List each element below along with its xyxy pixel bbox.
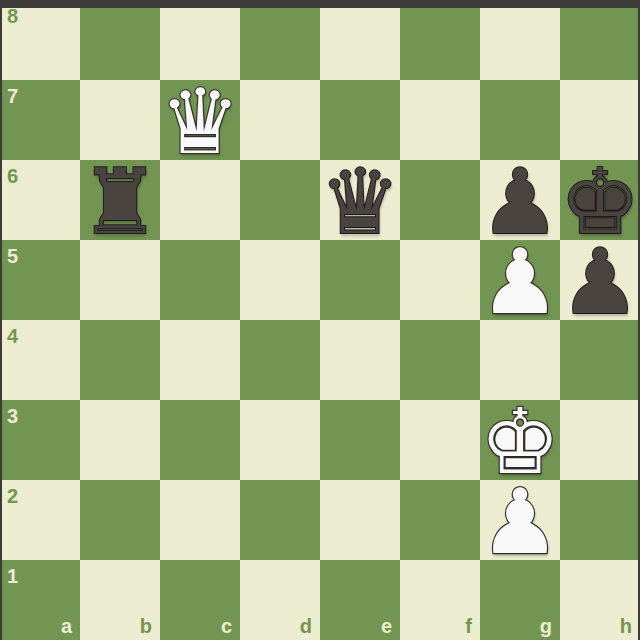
square-b6[interactable]: ♜: [80, 160, 160, 240]
piece-white-pawn[interactable]: ♟: [480, 242, 561, 322]
square-e2[interactable]: [320, 480, 400, 560]
piece-white-queen[interactable]: ♛: [160, 82, 241, 162]
square-b4[interactable]: [80, 320, 160, 400]
rank-label-7: 7: [7, 86, 18, 106]
file-label-d: d: [300, 616, 312, 636]
square-a2[interactable]: 2: [0, 480, 80, 560]
square-h2[interactable]: [560, 480, 640, 560]
rank-label-4: 4: [7, 326, 18, 346]
square-d1[interactable]: d: [240, 560, 320, 640]
square-d8[interactable]: [240, 0, 320, 80]
square-g2[interactable]: ♟: [480, 480, 560, 560]
square-f2[interactable]: [400, 480, 480, 560]
square-d7[interactable]: [240, 80, 320, 160]
board-frame-left: [0, 0, 2, 640]
square-b5[interactable]: [80, 240, 160, 320]
square-f6[interactable]: [400, 160, 480, 240]
square-h4[interactable]: [560, 320, 640, 400]
square-b8[interactable]: [80, 0, 160, 80]
square-a7[interactable]: 7: [0, 80, 80, 160]
board-grid: 87♛6♜♛♟♚5♟♟43♚2♟1abcdefgh: [0, 0, 640, 640]
file-label-h: h: [620, 616, 632, 636]
square-f4[interactable]: [400, 320, 480, 400]
square-a3[interactable]: 3: [0, 400, 80, 480]
square-f8[interactable]: [400, 0, 480, 80]
rank-label-2: 2: [7, 486, 18, 506]
square-b3[interactable]: [80, 400, 160, 480]
square-g5[interactable]: ♟: [480, 240, 560, 320]
square-c3[interactable]: [160, 400, 240, 480]
square-a5[interactable]: 5: [0, 240, 80, 320]
file-label-b: b: [140, 616, 152, 636]
piece-black-queen[interactable]: ♛: [320, 162, 401, 242]
square-d6[interactable]: [240, 160, 320, 240]
square-c6[interactable]: [160, 160, 240, 240]
chess-board: 87♛6♜♛♟♚5♟♟43♚2♟1abcdefgh: [0, 0, 640, 640]
square-c2[interactable]: [160, 480, 240, 560]
square-c1[interactable]: c: [160, 560, 240, 640]
square-d5[interactable]: [240, 240, 320, 320]
square-f3[interactable]: [400, 400, 480, 480]
square-g7[interactable]: [480, 80, 560, 160]
file-label-g: g: [540, 616, 552, 636]
square-h3[interactable]: [560, 400, 640, 480]
square-b7[interactable]: [80, 80, 160, 160]
square-b2[interactable]: [80, 480, 160, 560]
square-g1[interactable]: g: [480, 560, 560, 640]
file-label-e: e: [381, 616, 392, 636]
piece-black-pawn[interactable]: ♟: [560, 242, 640, 322]
file-label-c: c: [221, 616, 232, 636]
square-h1[interactable]: h: [560, 560, 640, 640]
rank-label-1: 1: [7, 566, 18, 586]
square-h5[interactable]: ♟: [560, 240, 640, 320]
square-e6[interactable]: ♛: [320, 160, 400, 240]
square-c4[interactable]: [160, 320, 240, 400]
square-d2[interactable]: [240, 480, 320, 560]
rank-label-5: 5: [7, 246, 18, 266]
square-f7[interactable]: [400, 80, 480, 160]
file-label-a: a: [61, 616, 72, 636]
square-f1[interactable]: f: [400, 560, 480, 640]
rank-label-3: 3: [7, 406, 18, 426]
board-frame-top: [0, 0, 640, 8]
square-e5[interactable]: [320, 240, 400, 320]
square-c5[interactable]: [160, 240, 240, 320]
square-e8[interactable]: [320, 0, 400, 80]
square-c8[interactable]: [160, 0, 240, 80]
square-a4[interactable]: 4: [0, 320, 80, 400]
piece-white-pawn[interactable]: ♟: [480, 482, 561, 562]
square-b1[interactable]: b: [80, 560, 160, 640]
square-e3[interactable]: [320, 400, 400, 480]
square-a6[interactable]: 6: [0, 160, 80, 240]
square-g3[interactable]: ♚: [480, 400, 560, 480]
square-c7[interactable]: ♛: [160, 80, 240, 160]
square-e7[interactable]: [320, 80, 400, 160]
square-h7[interactable]: [560, 80, 640, 160]
square-h8[interactable]: [560, 0, 640, 80]
rank-label-8: 8: [7, 6, 18, 26]
square-d4[interactable]: [240, 320, 320, 400]
square-a8[interactable]: 8: [0, 0, 80, 80]
file-label-f: f: [465, 616, 472, 636]
square-d3[interactable]: [240, 400, 320, 480]
square-g8[interactable]: [480, 0, 560, 80]
square-a1[interactable]: 1a: [0, 560, 80, 640]
rank-label-6: 6: [7, 166, 18, 186]
square-g4[interactable]: [480, 320, 560, 400]
square-e4[interactable]: [320, 320, 400, 400]
piece-black-rook[interactable]: ♜: [80, 162, 161, 242]
square-h6[interactable]: ♚: [560, 160, 640, 240]
square-g6[interactable]: ♟: [480, 160, 560, 240]
square-f5[interactable]: [400, 240, 480, 320]
square-e1[interactable]: e: [320, 560, 400, 640]
